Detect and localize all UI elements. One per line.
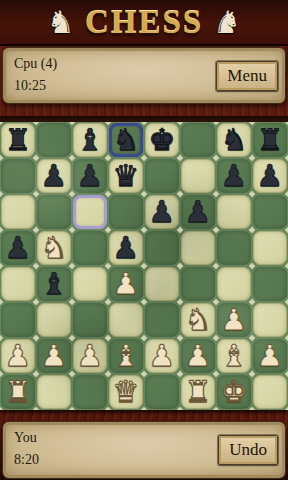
piece-black-pawn[interactable]: ♟ xyxy=(108,230,144,266)
piece-black-king[interactable]: ♚ xyxy=(144,122,180,158)
knight-icon: ♞ xyxy=(47,2,75,42)
piece-white-pawn[interactable]: ♟ xyxy=(180,338,216,374)
square-h2[interactable]: ♟ xyxy=(252,338,288,374)
you-player-name: You xyxy=(14,430,37,446)
piece-white-pawn[interactable]: ♟ xyxy=(36,338,72,374)
piece-black-pawn[interactable]: ♟ xyxy=(36,158,72,194)
square-tile xyxy=(1,267,35,301)
square-f4[interactable] xyxy=(180,266,216,302)
square-e1[interactable] xyxy=(144,374,180,410)
piece-white-bishop[interactable]: ♝ xyxy=(216,338,252,374)
piece-white-queen[interactable]: ♛ xyxy=(108,374,144,410)
piece-white-pawn[interactable]: ♟ xyxy=(108,266,144,302)
square-tile xyxy=(217,231,251,265)
square-tile xyxy=(73,375,107,409)
square-tile xyxy=(253,375,287,409)
square-h8[interactable]: ♜ xyxy=(252,122,288,158)
square-tile xyxy=(181,267,215,301)
square-a2[interactable]: ♟ xyxy=(0,338,36,374)
square-b1[interactable] xyxy=(36,374,72,410)
square-e6[interactable]: ♟ xyxy=(144,194,180,230)
square-f6[interactable]: ♟ xyxy=(180,194,216,230)
piece-white-king[interactable]: ♚ xyxy=(216,374,252,410)
square-g1[interactable]: ♚ xyxy=(216,374,252,410)
square-c2[interactable]: ♟ xyxy=(72,338,108,374)
square-e2[interactable]: ♟ xyxy=(144,338,180,374)
cpu-panel: Cpu (4) 10:25 Menu xyxy=(2,47,286,104)
square-b8[interactable] xyxy=(36,122,72,158)
piece-black-bishop[interactable]: ♝ xyxy=(36,266,72,302)
knight-icon: ♞ xyxy=(213,2,241,42)
square-b2[interactable]: ♟ xyxy=(36,338,72,374)
piece-black-rook[interactable]: ♜ xyxy=(0,122,36,158)
cpu-clock: 10:25 xyxy=(14,78,46,94)
piece-black-pawn[interactable]: ♟ xyxy=(72,158,108,194)
square-a1[interactable]: ♜ xyxy=(0,374,36,410)
square-d2[interactable]: ♝ xyxy=(108,338,144,374)
square-tile xyxy=(109,303,143,337)
square-h3[interactable] xyxy=(252,302,288,338)
undo-button[interactable]: Undo xyxy=(218,435,278,465)
square-tile xyxy=(73,195,107,229)
square-a7[interactable] xyxy=(0,158,36,194)
piece-white-bishop[interactable]: ♝ xyxy=(108,338,144,374)
square-c1[interactable] xyxy=(72,374,108,410)
square-tile xyxy=(109,195,143,229)
square-e7[interactable] xyxy=(144,158,180,194)
cpu-player-name: Cpu (4) xyxy=(14,56,57,72)
square-f8[interactable] xyxy=(180,122,216,158)
piece-white-pawn[interactable]: ♟ xyxy=(252,338,288,374)
square-d6[interactable] xyxy=(108,194,144,230)
square-tile xyxy=(145,375,179,409)
square-d4[interactable]: ♟ xyxy=(108,266,144,302)
piece-white-pawn[interactable]: ♟ xyxy=(0,338,36,374)
square-d7[interactable]: ♛ xyxy=(108,158,144,194)
square-g6[interactable] xyxy=(216,194,252,230)
square-tile xyxy=(73,231,107,265)
piece-white-rook[interactable]: ♜ xyxy=(0,374,36,410)
square-tile xyxy=(73,303,107,337)
square-f1[interactable]: ♜ xyxy=(180,374,216,410)
piece-black-knight[interactable]: ♞ xyxy=(216,122,252,158)
app-screen: ♞ CHESS ♞ Cpu (4) 10:25 Menu ♜♝♞♚♞♜♟♟♛♟♟… xyxy=(0,0,288,480)
you-panel: You 8:20 Undo xyxy=(2,421,286,479)
square-tile xyxy=(181,231,215,265)
square-a4[interactable] xyxy=(0,266,36,302)
square-g4[interactable] xyxy=(216,266,252,302)
piece-black-rook[interactable]: ♜ xyxy=(252,122,288,158)
square-tile xyxy=(145,303,179,337)
piece-black-knight[interactable]: ♞ xyxy=(108,122,144,158)
square-a6[interactable] xyxy=(0,194,36,230)
square-tile xyxy=(217,267,251,301)
piece-black-pawn[interactable]: ♟ xyxy=(216,158,252,194)
square-h5[interactable] xyxy=(252,230,288,266)
square-e3[interactable] xyxy=(144,302,180,338)
square-h6[interactable] xyxy=(252,194,288,230)
square-d8[interactable]: ♞ xyxy=(108,122,144,158)
piece-black-pawn[interactable]: ♟ xyxy=(144,194,180,230)
square-tile xyxy=(181,159,215,193)
square-tile xyxy=(253,267,287,301)
square-tile xyxy=(1,303,35,337)
piece-white-pawn[interactable]: ♟ xyxy=(72,338,108,374)
square-e4[interactable] xyxy=(144,266,180,302)
square-g7[interactable]: ♟ xyxy=(216,158,252,194)
square-tile xyxy=(145,267,179,301)
square-d3[interactable] xyxy=(108,302,144,338)
title-bar: ♞ CHESS ♞ xyxy=(0,0,288,46)
square-tile xyxy=(37,195,71,229)
square-tile xyxy=(253,231,287,265)
piece-white-rook[interactable]: ♜ xyxy=(180,374,216,410)
chess-board: ♜♝♞♚♞♜♟♟♛♟♟♟♟♟♞♟♝♟♞♟♟♟♟♝♟♟♝♟♜♛♜♚ xyxy=(0,122,288,410)
square-b4[interactable]: ♝ xyxy=(36,266,72,302)
square-tile xyxy=(145,159,179,193)
app-title: CHESS xyxy=(85,2,203,42)
square-g5[interactable] xyxy=(216,230,252,266)
square-tile xyxy=(1,159,35,193)
square-b3[interactable] xyxy=(36,302,72,338)
square-c7[interactable]: ♟ xyxy=(72,158,108,194)
square-tile xyxy=(37,303,71,337)
square-a8[interactable]: ♜ xyxy=(0,122,36,158)
square-tile xyxy=(73,267,107,301)
square-c4[interactable] xyxy=(72,266,108,302)
menu-button[interactable]: Menu xyxy=(216,61,278,91)
square-f5[interactable] xyxy=(180,230,216,266)
square-tile xyxy=(181,123,215,157)
square-a3[interactable] xyxy=(0,302,36,338)
square-h1[interactable] xyxy=(252,374,288,410)
piece-white-knight[interactable]: ♞ xyxy=(180,302,216,338)
square-b6[interactable] xyxy=(36,194,72,230)
you-clock: 8:20 xyxy=(14,452,39,468)
square-c8[interactable]: ♝ xyxy=(72,122,108,158)
piece-white-pawn[interactable]: ♟ xyxy=(144,338,180,374)
square-g2[interactable]: ♝ xyxy=(216,338,252,374)
square-f3[interactable]: ♞ xyxy=(180,302,216,338)
piece-black-bishop[interactable]: ♝ xyxy=(72,122,108,158)
square-c6[interactable] xyxy=(72,194,108,230)
square-g8[interactable]: ♞ xyxy=(216,122,252,158)
square-g3[interactable]: ♟ xyxy=(216,302,252,338)
square-f2[interactable]: ♟ xyxy=(180,338,216,374)
square-f7[interactable] xyxy=(180,158,216,194)
square-tile xyxy=(253,303,287,337)
piece-black-pawn[interactable]: ♟ xyxy=(252,158,288,194)
square-d1[interactable]: ♛ xyxy=(108,374,144,410)
square-tile xyxy=(253,195,287,229)
square-b7[interactable]: ♟ xyxy=(36,158,72,194)
square-tile xyxy=(145,231,179,265)
square-a5[interactable]: ♟ xyxy=(0,230,36,266)
square-e5[interactable] xyxy=(144,230,180,266)
piece-black-queen[interactable]: ♛ xyxy=(108,158,144,194)
square-d5[interactable]: ♟ xyxy=(108,230,144,266)
piece-white-pawn[interactable]: ♟ xyxy=(216,302,252,338)
piece-black-pawn[interactable]: ♟ xyxy=(180,194,216,230)
piece-white-knight[interactable]: ♞ xyxy=(36,230,72,266)
square-h7[interactable]: ♟ xyxy=(252,158,288,194)
square-tile xyxy=(217,195,251,229)
square-tile xyxy=(37,375,71,409)
square-b5[interactable]: ♞ xyxy=(36,230,72,266)
square-tile xyxy=(37,123,71,157)
square-tile xyxy=(1,195,35,229)
square-c3[interactable] xyxy=(72,302,108,338)
square-e8[interactable]: ♚ xyxy=(144,122,180,158)
piece-black-pawn[interactable]: ♟ xyxy=(0,230,36,266)
square-h4[interactable] xyxy=(252,266,288,302)
square-c5[interactable] xyxy=(72,230,108,266)
